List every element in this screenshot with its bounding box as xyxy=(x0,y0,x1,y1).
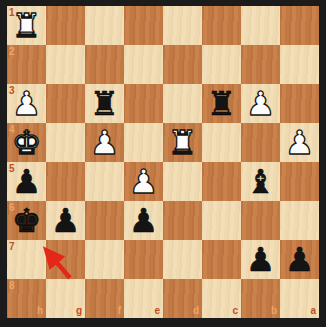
square-f7[interactable] xyxy=(85,240,124,279)
square-c6[interactable] xyxy=(202,201,241,240)
square-b7[interactable]: ♟ xyxy=(241,240,280,279)
square-a7[interactable]: ♟ xyxy=(280,240,319,279)
square-d8[interactable]: d xyxy=(163,279,202,318)
square-a5[interactable] xyxy=(280,162,319,201)
white-pawn-b3[interactable]: ♟ xyxy=(241,84,280,123)
square-e2[interactable] xyxy=(124,45,163,84)
square-e8[interactable]: e xyxy=(124,279,163,318)
square-h2[interactable]: 2 xyxy=(7,45,46,84)
black-bishop-b5[interactable]: ♝ xyxy=(241,162,280,201)
square-e1[interactable] xyxy=(124,6,163,45)
square-c4[interactable] xyxy=(202,123,241,162)
square-a6[interactable] xyxy=(280,201,319,240)
square-f8[interactable]: f xyxy=(85,279,124,318)
square-g6[interactable]: ♟ xyxy=(46,201,85,240)
square-f6[interactable] xyxy=(85,201,124,240)
black-pawn-e6[interactable]: ♟ xyxy=(124,201,163,240)
black-pawn-h5[interactable]: ♟ xyxy=(7,162,46,201)
white-pawn-a4[interactable]: ♟ xyxy=(280,123,319,162)
square-h6[interactable]: 6♚ xyxy=(7,201,46,240)
square-f4[interactable]: ♟ xyxy=(85,123,124,162)
square-b1[interactable] xyxy=(241,6,280,45)
square-d2[interactable] xyxy=(163,45,202,84)
white-pawn-h3[interactable]: ♟ xyxy=(7,84,46,123)
square-c1[interactable] xyxy=(202,6,241,45)
square-b5[interactable]: ♝ xyxy=(241,162,280,201)
white-rook-h1[interactable]: ♜ xyxy=(7,6,46,45)
rank-label-2: 2 xyxy=(9,47,15,57)
black-rook-c3[interactable]: ♜ xyxy=(202,84,241,123)
rank-label-7: 7 xyxy=(9,242,15,252)
square-h8[interactable]: 8h xyxy=(7,279,46,318)
square-b8[interactable]: b xyxy=(241,279,280,318)
square-b6[interactable] xyxy=(241,201,280,240)
square-g2[interactable] xyxy=(46,45,85,84)
square-a8[interactable]: a xyxy=(280,279,319,318)
black-pawn-a7[interactable]: ♟ xyxy=(280,240,319,279)
rank-label-8: 8 xyxy=(9,281,15,291)
square-f3[interactable]: ♜ xyxy=(85,84,124,123)
file-label-e: e xyxy=(154,306,160,316)
square-b3[interactable]: ♟ xyxy=(241,84,280,123)
square-e6[interactable]: ♟ xyxy=(124,201,163,240)
black-king-h6[interactable]: ♚ xyxy=(7,201,46,240)
square-d3[interactable] xyxy=(163,84,202,123)
square-g4[interactable] xyxy=(46,123,85,162)
square-h5[interactable]: 5♟ xyxy=(7,162,46,201)
file-label-c: c xyxy=(232,306,238,316)
black-pawn-g6[interactable]: ♟ xyxy=(46,201,85,240)
square-g3[interactable] xyxy=(46,84,85,123)
square-g1[interactable] xyxy=(46,6,85,45)
white-rook-d4[interactable]: ♜ xyxy=(163,123,202,162)
square-f1[interactable] xyxy=(85,6,124,45)
square-g8[interactable]: g xyxy=(46,279,85,318)
file-label-a: a xyxy=(310,306,316,316)
square-b4[interactable] xyxy=(241,123,280,162)
square-a1[interactable] xyxy=(280,6,319,45)
square-f2[interactable] xyxy=(85,45,124,84)
square-b2[interactable] xyxy=(241,45,280,84)
square-h7[interactable]: 7 xyxy=(7,240,46,279)
white-pawn-e5[interactable]: ♟ xyxy=(124,162,163,201)
chess-board-frame: 1♜23♟♜♜♟4♚♟♜♟5♟♟♝6♚♟♟7♟♟8hgfedcba xyxy=(0,0,326,327)
square-c3[interactable]: ♜ xyxy=(202,84,241,123)
square-g7[interactable] xyxy=(46,240,85,279)
black-pawn-b7[interactable]: ♟ xyxy=(241,240,280,279)
square-e5[interactable]: ♟ xyxy=(124,162,163,201)
square-e7[interactable] xyxy=(124,240,163,279)
square-d1[interactable] xyxy=(163,6,202,45)
square-c8[interactable]: c xyxy=(202,279,241,318)
square-d5[interactable] xyxy=(163,162,202,201)
file-label-b: b xyxy=(271,306,277,316)
white-king-h4[interactable]: ♚ xyxy=(7,123,46,162)
square-a2[interactable] xyxy=(280,45,319,84)
square-d4[interactable]: ♜ xyxy=(163,123,202,162)
square-d6[interactable] xyxy=(163,201,202,240)
square-a4[interactable]: ♟ xyxy=(280,123,319,162)
square-c2[interactable] xyxy=(202,45,241,84)
file-label-f: f xyxy=(118,306,121,316)
square-h3[interactable]: 3♟ xyxy=(7,84,46,123)
square-a3[interactable] xyxy=(280,84,319,123)
square-f5[interactable] xyxy=(85,162,124,201)
file-label-d: d xyxy=(193,306,199,316)
square-e3[interactable] xyxy=(124,84,163,123)
chess-board: 1♜23♟♜♜♟4♚♟♜♟5♟♟♝6♚♟♟7♟♟8hgfedcba xyxy=(7,6,319,318)
square-e4[interactable] xyxy=(124,123,163,162)
black-rook-f3[interactable]: ♜ xyxy=(85,84,124,123)
square-h4[interactable]: 4♚ xyxy=(7,123,46,162)
square-d7[interactable] xyxy=(163,240,202,279)
white-pawn-f4[interactable]: ♟ xyxy=(85,123,124,162)
square-c5[interactable] xyxy=(202,162,241,201)
square-g5[interactable] xyxy=(46,162,85,201)
file-label-g: g xyxy=(76,306,82,316)
square-c7[interactable] xyxy=(202,240,241,279)
square-h1[interactable]: 1♜ xyxy=(7,6,46,45)
file-label-h: h xyxy=(37,306,43,316)
